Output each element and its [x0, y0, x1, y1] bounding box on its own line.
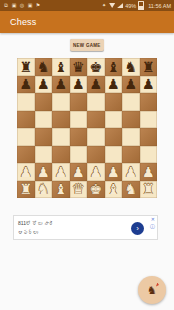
ad-text: 811లో రోజు వారీ ఆఫర్లు [18, 219, 118, 236]
knight-fab-button[interactable]: ♞ [138, 276, 166, 304]
status-bar: ⧉ ▣ ◎ ▣ ⚑ ✦ 49% 11:56 AM [0, 0, 174, 11]
square-g3[interactable] [122, 146, 140, 164]
network-icon: ⧉ [3, 3, 9, 9]
screenshot-icon: ▣ [11, 3, 17, 9]
ad-info-icon[interactable]: ⓘ [150, 223, 155, 229]
clock: 11:56 AM [148, 3, 171, 9]
square-d3[interactable] [70, 146, 88, 164]
black-bishop-piece: ♝ [107, 59, 120, 73]
square-g2[interactable]: ♟ [122, 163, 140, 181]
square-c8[interactable]: ♝ [52, 58, 70, 76]
ad-banner[interactable]: 811లో రోజు వారీ ఆఫర్లు › ✕ ⓘ [13, 215, 158, 240]
square-h4[interactable] [140, 128, 158, 146]
black-rook-piece: ♜ [142, 59, 155, 73]
white-pawn-piece: ♟ [107, 164, 120, 178]
vibrate-icon: ✦ [101, 3, 107, 9]
black-bishop-piece: ♝ [54, 59, 67, 73]
app-notification-icon: ▣ [27, 3, 33, 9]
battery-percent: 49% [125, 3, 136, 9]
new-game-button[interactable]: NEW GAME [70, 39, 104, 51]
square-c2[interactable]: ♟ [52, 163, 70, 181]
square-f5[interactable] [105, 111, 123, 129]
white-pawn-piece: ♟ [124, 164, 137, 178]
battery-icon [138, 1, 144, 10]
square-d5[interactable] [70, 111, 88, 129]
square-g8[interactable]: ♞ [122, 58, 140, 76]
square-c4[interactable] [52, 128, 70, 146]
black-queen-piece: ♛ [72, 59, 85, 73]
ad-close-icon[interactable]: ✕ [151, 216, 155, 222]
black-pawn-piece: ♟ [142, 77, 155, 91]
square-f7[interactable]: ♟ [105, 76, 123, 94]
ad-cta-chevron-button[interactable]: › [131, 222, 144, 235]
square-e1[interactable]: ♚ [87, 181, 105, 199]
square-a8[interactable]: ♜ [17, 58, 35, 76]
square-e4[interactable] [87, 128, 105, 146]
black-pawn-piece: ♟ [54, 77, 67, 91]
square-b3[interactable] [35, 146, 53, 164]
square-a2[interactable]: ♟ [17, 163, 35, 181]
knight-icon: ♞ [147, 285, 157, 296]
square-g5[interactable] [122, 111, 140, 129]
ad-text-line1: 811లో రోజు వారీ [18, 219, 118, 228]
signal-icon [117, 3, 123, 8]
chess-app-screen: ⧉ ▣ ◎ ▣ ⚑ ✦ 49% 11:56 AM Chess NEW GAME … [0, 0, 174, 310]
square-b4[interactable] [35, 128, 53, 146]
square-h5[interactable] [140, 111, 158, 129]
square-g4[interactable] [122, 128, 140, 146]
square-b7[interactable]: ♟ [35, 76, 53, 94]
black-knight-piece: ♞ [37, 59, 50, 73]
white-rook-piece: ♜ [142, 182, 155, 196]
wifi-icon [109, 3, 115, 8]
square-h1[interactable]: ♜ [140, 181, 158, 199]
square-d6[interactable] [70, 93, 88, 111]
square-e3[interactable] [87, 146, 105, 164]
white-pawn-piece: ♟ [37, 164, 50, 178]
black-pawn-piece: ♟ [89, 77, 102, 91]
square-b6[interactable] [35, 93, 53, 111]
white-knight-piece: ♞ [124, 182, 137, 196]
square-g6[interactable] [122, 93, 140, 111]
white-pawn-piece: ♟ [89, 164, 102, 178]
white-pawn-piece: ♟ [72, 164, 85, 178]
app-bar: Chess [0, 11, 174, 33]
square-d4[interactable] [70, 128, 88, 146]
square-a1[interactable]: ♜ [17, 181, 35, 199]
square-h2[interactable]: ♟ [140, 163, 158, 181]
square-g7[interactable]: ♟ [122, 76, 140, 94]
chess-board[interactable]: ♜♞♝♛♚♝♞♜♟♟♟♟♟♟♟♟♟♟♟♟♟♟♟♟♜♞♝♛♚♝♞♜ [17, 58, 157, 198]
square-g1[interactable]: ♞ [122, 181, 140, 199]
black-rook-piece: ♜ [19, 59, 32, 73]
square-e2[interactable]: ♟ [87, 163, 105, 181]
black-pawn-piece: ♟ [72, 77, 85, 91]
black-pawn-piece: ♟ [107, 77, 120, 91]
square-b5[interactable] [35, 111, 53, 129]
square-h8[interactable]: ♜ [140, 58, 158, 76]
square-b8[interactable]: ♞ [35, 58, 53, 76]
square-f4[interactable] [105, 128, 123, 146]
square-c5[interactable] [52, 111, 70, 129]
square-a6[interactable] [17, 93, 35, 111]
white-knight-piece: ♞ [37, 182, 50, 196]
page-title: Chess [10, 17, 37, 27]
square-e7[interactable]: ♟ [87, 76, 105, 94]
square-h3[interactable] [140, 146, 158, 164]
square-f3[interactable] [105, 146, 123, 164]
white-bishop-piece: ♝ [54, 182, 67, 196]
white-pawn-piece: ♟ [54, 164, 67, 178]
square-e5[interactable] [87, 111, 105, 129]
ad-text-line2: ఆఫర్లు [18, 228, 118, 237]
black-pawn-piece: ♟ [124, 77, 137, 91]
black-pawn-piece: ♟ [19, 77, 32, 91]
square-e8[interactable]: ♚ [87, 58, 105, 76]
square-f1[interactable]: ♝ [105, 181, 123, 199]
square-c7[interactable]: ♟ [52, 76, 70, 94]
square-h7[interactable]: ♟ [140, 76, 158, 94]
square-d8[interactable]: ♛ [70, 58, 88, 76]
square-c1[interactable]: ♝ [52, 181, 70, 199]
square-a7[interactable]: ♟ [17, 76, 35, 94]
square-b2[interactable]: ♟ [35, 163, 53, 181]
square-f6[interactable] [105, 93, 123, 111]
white-bishop-piece: ♝ [107, 182, 120, 196]
square-c6[interactable] [52, 93, 70, 111]
square-a5[interactable] [17, 111, 35, 129]
square-d2[interactable]: ♟ [70, 163, 88, 181]
flag-icon: ⚑ [35, 3, 41, 9]
square-e6[interactable] [87, 93, 105, 111]
chevron-right-icon: › [136, 225, 139, 233]
white-pawn-piece: ♟ [142, 164, 155, 178]
square-c3[interactable] [52, 146, 70, 164]
black-knight-piece: ♞ [124, 59, 137, 73]
square-a3[interactable] [17, 146, 35, 164]
square-a4[interactable] [17, 128, 35, 146]
square-b1[interactable]: ♞ [35, 181, 53, 199]
white-king-piece: ♚ [89, 182, 102, 196]
square-f2[interactable]: ♟ [105, 163, 123, 181]
black-pawn-piece: ♟ [37, 77, 50, 91]
square-h6[interactable] [140, 93, 158, 111]
red-accent-icon [156, 283, 159, 287]
square-d7[interactable]: ♟ [70, 76, 88, 94]
black-king-piece: ♚ [89, 59, 102, 73]
square-d1[interactable]: ♛ [70, 181, 88, 199]
square-f8[interactable]: ♝ [105, 58, 123, 76]
white-queen-piece: ♛ [72, 182, 85, 196]
data-circle-icon: ◎ [19, 3, 25, 9]
white-rook-piece: ♜ [19, 182, 32, 196]
white-pawn-piece: ♟ [19, 164, 32, 178]
